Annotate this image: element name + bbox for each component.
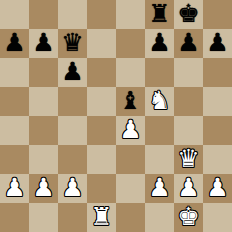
square-g5[interactable] (174, 87, 203, 116)
square-g7[interactable]: ♟ (174, 29, 203, 58)
piece-white-king[interactable]: ♚ (177, 202, 199, 231)
square-c2[interactable]: ♟ (58, 174, 87, 203)
square-b5[interactable] (29, 87, 58, 116)
piece-white-pawn[interactable]: ♟ (3, 173, 25, 202)
square-d2[interactable] (87, 174, 116, 203)
square-g8[interactable]: ♚ (174, 0, 203, 29)
piece-white-knight[interactable]: ♞ (148, 86, 170, 115)
piece-white-rook[interactable]: ♜ (90, 202, 112, 231)
square-h7[interactable]: ♟ (203, 29, 232, 58)
piece-black-pawn[interactable]: ♟ (61, 57, 83, 86)
square-g6[interactable] (174, 58, 203, 87)
piece-white-pawn[interactable]: ♟ (61, 173, 83, 202)
square-e1[interactable] (116, 203, 145, 232)
piece-black-pawn[interactable]: ♟ (148, 28, 170, 57)
square-d6[interactable] (87, 58, 116, 87)
piece-black-bishop[interactable]: ♝ (119, 86, 141, 115)
square-d8[interactable] (87, 0, 116, 29)
square-c6[interactable]: ♟ (58, 58, 87, 87)
square-e3[interactable] (116, 145, 145, 174)
square-b6[interactable] (29, 58, 58, 87)
square-h8[interactable] (203, 0, 232, 29)
square-b7[interactable]: ♟ (29, 29, 58, 58)
square-a1[interactable] (0, 203, 29, 232)
square-h2[interactable]: ♟ (203, 174, 232, 203)
square-c1[interactable] (58, 203, 87, 232)
piece-white-pawn[interactable]: ♟ (119, 115, 141, 144)
square-c7[interactable]: ♛ (58, 29, 87, 58)
square-c3[interactable] (58, 145, 87, 174)
square-b4[interactable] (29, 116, 58, 145)
square-g4[interactable] (174, 116, 203, 145)
square-e7[interactable] (116, 29, 145, 58)
square-f6[interactable] (145, 58, 174, 87)
square-h4[interactable] (203, 116, 232, 145)
square-g1[interactable]: ♚ (174, 203, 203, 232)
square-a8[interactable] (0, 0, 29, 29)
square-h1[interactable] (203, 203, 232, 232)
square-d1[interactable]: ♜ (87, 203, 116, 232)
square-d5[interactable] (87, 87, 116, 116)
square-e2[interactable] (116, 174, 145, 203)
piece-white-pawn[interactable]: ♟ (206, 173, 228, 202)
square-c4[interactable] (58, 116, 87, 145)
piece-black-pawn[interactable]: ♟ (177, 28, 199, 57)
square-a2[interactable]: ♟ (0, 174, 29, 203)
square-f4[interactable] (145, 116, 174, 145)
piece-black-rook[interactable]: ♜ (148, 0, 170, 28)
square-e6[interactable] (116, 58, 145, 87)
piece-white-pawn[interactable]: ♟ (177, 173, 199, 202)
chess-board: ♜♚♟♟♛♟♟♟♟♝♞♟♛♟♟♟♟♟♟♜♚ (0, 0, 232, 232)
square-e8[interactable] (116, 0, 145, 29)
square-a4[interactable] (0, 116, 29, 145)
piece-white-pawn[interactable]: ♟ (148, 173, 170, 202)
square-b8[interactable] (29, 0, 58, 29)
square-g3[interactable]: ♛ (174, 145, 203, 174)
square-f1[interactable] (145, 203, 174, 232)
square-b2[interactable]: ♟ (29, 174, 58, 203)
piece-black-king[interactable]: ♚ (177, 0, 199, 28)
square-a6[interactable] (0, 58, 29, 87)
square-d4[interactable] (87, 116, 116, 145)
square-d3[interactable] (87, 145, 116, 174)
square-f5[interactable]: ♞ (145, 87, 174, 116)
square-c5[interactable] (58, 87, 87, 116)
square-f8[interactable]: ♜ (145, 0, 174, 29)
square-h3[interactable] (203, 145, 232, 174)
piece-white-pawn[interactable]: ♟ (32, 173, 54, 202)
square-a3[interactable] (0, 145, 29, 174)
square-e4[interactable]: ♟ (116, 116, 145, 145)
square-h5[interactable] (203, 87, 232, 116)
square-f2[interactable]: ♟ (145, 174, 174, 203)
square-b1[interactable] (29, 203, 58, 232)
square-d7[interactable] (87, 29, 116, 58)
piece-black-pawn[interactable]: ♟ (3, 28, 25, 57)
piece-white-queen[interactable]: ♛ (177, 144, 199, 173)
piece-black-pawn[interactable]: ♟ (206, 28, 228, 57)
square-g2[interactable]: ♟ (174, 174, 203, 203)
square-h6[interactable] (203, 58, 232, 87)
square-c8[interactable] (58, 0, 87, 29)
piece-black-pawn[interactable]: ♟ (32, 28, 54, 57)
square-f3[interactable] (145, 145, 174, 174)
square-f7[interactable]: ♟ (145, 29, 174, 58)
square-a5[interactable] (0, 87, 29, 116)
square-e5[interactable]: ♝ (116, 87, 145, 116)
square-a7[interactable]: ♟ (0, 29, 29, 58)
square-b3[interactable] (29, 145, 58, 174)
piece-black-queen[interactable]: ♛ (61, 28, 83, 57)
